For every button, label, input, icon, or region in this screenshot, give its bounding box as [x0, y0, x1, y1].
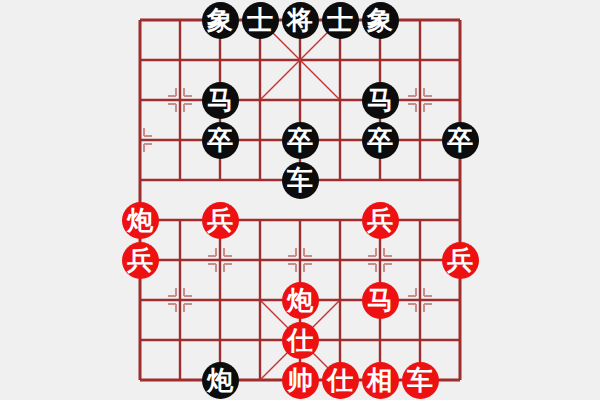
red-elephant[interactable]: 相: [362, 362, 399, 399]
black-soldier[interactable]: 卒: [202, 122, 239, 159]
red-general[interactable]: 帅: [282, 362, 319, 399]
red-soldier[interactable]: 兵: [442, 242, 479, 279]
black-soldier[interactable]: 卒: [282, 122, 319, 159]
red-soldier[interactable]: 兵: [202, 202, 239, 239]
red-advisor[interactable]: 仕: [322, 362, 359, 399]
black-advisor[interactable]: 士: [242, 2, 279, 39]
xiangqi-board: 象士将士象马马卒卒卒卒车炮炮兵兵兵兵炮马仕帅仕相车: [0, 0, 600, 400]
black-horse[interactable]: 马: [202, 82, 239, 119]
red-cannon[interactable]: 炮: [122, 202, 159, 239]
red-soldier[interactable]: 兵: [122, 242, 159, 279]
red-cannon[interactable]: 炮: [282, 282, 319, 319]
red-horse[interactable]: 马: [362, 282, 399, 319]
red-advisor[interactable]: 仕: [282, 322, 319, 359]
black-cannon[interactable]: 炮: [202, 362, 239, 399]
black-chariot[interactable]: 车: [282, 162, 319, 199]
black-elephant[interactable]: 象: [362, 2, 399, 39]
red-chariot[interactable]: 车: [402, 362, 439, 399]
black-horse[interactable]: 马: [362, 82, 399, 119]
black-elephant[interactable]: 象: [202, 2, 239, 39]
black-advisor[interactable]: 士: [322, 2, 359, 39]
black-soldier[interactable]: 卒: [362, 122, 399, 159]
red-soldier[interactable]: 兵: [362, 202, 399, 239]
pieces-layer: 象士将士象马马卒卒卒卒车炮炮兵兵兵兵炮马仕帅仕相车: [120, 0, 480, 400]
black-soldier[interactable]: 卒: [442, 122, 479, 159]
black-general[interactable]: 将: [282, 2, 319, 39]
